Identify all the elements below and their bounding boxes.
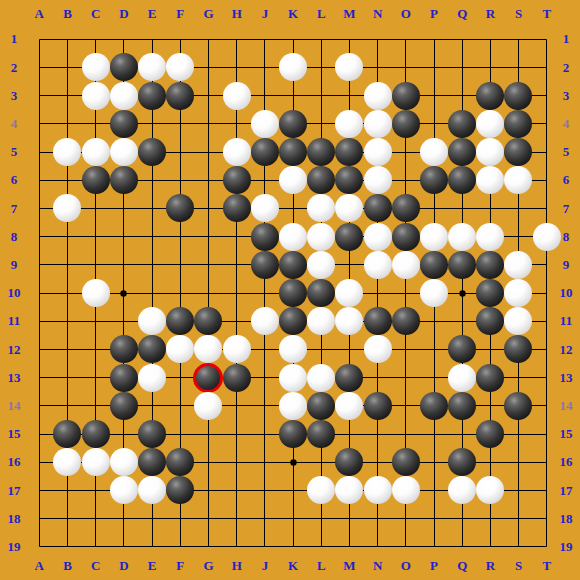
white-stone-R4[interactable]: [476, 110, 504, 138]
white-stone-R6[interactable]: [476, 166, 504, 194]
intersection-A17[interactable]: [25, 476, 53, 504]
intersection-R11[interactable]: [476, 307, 504, 335]
intersection-O4[interactable]: [392, 110, 420, 138]
intersection-B15[interactable]: [53, 420, 81, 448]
black-stone-L15[interactable]: [307, 420, 335, 448]
intersection-M7[interactable]: [335, 194, 363, 222]
intersection-N15[interactable]: [363, 420, 391, 448]
intersection-F16[interactable]: [166, 448, 194, 476]
intersection-C5[interactable]: [82, 138, 110, 166]
intersection-J17[interactable]: [251, 476, 279, 504]
intersection-M2[interactable]: [335, 53, 363, 81]
intersection-J10[interactable]: [251, 279, 279, 307]
intersection-P14[interactable]: [420, 392, 448, 420]
intersection-G15[interactable]: [194, 420, 222, 448]
intersection-F4[interactable]: [166, 110, 194, 138]
intersection-C13[interactable]: [82, 363, 110, 391]
intersection-P18[interactable]: [420, 504, 448, 532]
white-stone-M14[interactable]: [335, 392, 363, 420]
black-stone-R15[interactable]: [476, 420, 504, 448]
intersection-R4[interactable]: [476, 110, 504, 138]
intersection-P15[interactable]: [420, 420, 448, 448]
intersection-Q8[interactable]: [448, 223, 476, 251]
black-stone-F11[interactable]: [166, 307, 194, 335]
intersection-O13[interactable]: [392, 363, 420, 391]
intersection-T10[interactable]: [533, 279, 561, 307]
intersection-P3[interactable]: [420, 82, 448, 110]
white-stone-Q13[interactable]: [448, 364, 476, 392]
white-stone-H3[interactable]: [223, 82, 251, 110]
intersection-A4[interactable]: [25, 110, 53, 138]
intersection-O17[interactable]: [392, 476, 420, 504]
intersection-K10[interactable]: [279, 279, 307, 307]
intersection-L12[interactable]: [307, 335, 335, 363]
white-stone-F2[interactable]: [166, 53, 194, 81]
intersection-O8[interactable]: [392, 223, 420, 251]
intersection-R6[interactable]: [476, 166, 504, 194]
intersection-C8[interactable]: [82, 223, 110, 251]
intersection-T6[interactable]: [533, 166, 561, 194]
intersection-E5[interactable]: [138, 138, 166, 166]
intersection-G5[interactable]: [194, 138, 222, 166]
intersection-M13[interactable]: [335, 363, 363, 391]
intersection-G13[interactable]: [194, 363, 222, 391]
intersection-P2[interactable]: [420, 53, 448, 81]
black-stone-R9[interactable]: [476, 251, 504, 279]
intersection-S19[interactable]: [504, 533, 532, 561]
intersection-K12[interactable]: [279, 335, 307, 363]
white-stone-L13[interactable]: [307, 364, 335, 392]
intersection-T4[interactable]: [533, 110, 561, 138]
intersection-S14[interactable]: [504, 392, 532, 420]
intersection-F14[interactable]: [166, 392, 194, 420]
intersection-J9[interactable]: [251, 251, 279, 279]
black-stone-O3[interactable]: [392, 82, 420, 110]
intersection-F6[interactable]: [166, 166, 194, 194]
intersection-C12[interactable]: [82, 335, 110, 363]
intersection-G17[interactable]: [194, 476, 222, 504]
intersection-M1[interactable]: [335, 25, 363, 53]
intersection-G19[interactable]: [194, 533, 222, 561]
black-stone-P14[interactable]: [420, 392, 448, 420]
intersection-J11[interactable]: [251, 307, 279, 335]
intersection-D16[interactable]: [110, 448, 138, 476]
white-stone-M11[interactable]: [335, 307, 363, 335]
intersection-S9[interactable]: [504, 251, 532, 279]
intersection-A16[interactable]: [25, 448, 53, 476]
intersection-E8[interactable]: [138, 223, 166, 251]
intersection-O18[interactable]: [392, 504, 420, 532]
intersection-L7[interactable]: [307, 194, 335, 222]
intersection-A7[interactable]: [25, 194, 53, 222]
white-stone-S11[interactable]: [504, 307, 532, 335]
intersection-D1[interactable]: [110, 25, 138, 53]
black-stone-M8[interactable]: [335, 223, 363, 251]
white-stone-E17[interactable]: [138, 476, 166, 504]
intersection-M14[interactable]: [335, 392, 363, 420]
intersection-Q10[interactable]: [448, 279, 476, 307]
white-stone-K12[interactable]: [279, 335, 307, 363]
white-stone-J4[interactable]: [251, 110, 279, 138]
intersection-L11[interactable]: [307, 307, 335, 335]
intersection-Q13[interactable]: [448, 363, 476, 391]
black-stone-E5[interactable]: [138, 138, 166, 166]
intersection-E2[interactable]: [138, 53, 166, 81]
white-stone-R8[interactable]: [476, 223, 504, 251]
intersection-N6[interactable]: [363, 166, 391, 194]
intersection-E10[interactable]: [138, 279, 166, 307]
black-stone-K15[interactable]: [279, 420, 307, 448]
intersection-M5[interactable]: [335, 138, 363, 166]
intersection-C9[interactable]: [82, 251, 110, 279]
intersection-F5[interactable]: [166, 138, 194, 166]
intersection-A18[interactable]: [25, 504, 53, 532]
white-stone-N8[interactable]: [364, 223, 392, 251]
intersection-S11[interactable]: [504, 307, 532, 335]
white-stone-G12[interactable]: [194, 335, 222, 363]
white-stone-K8[interactable]: [279, 223, 307, 251]
intersection-L16[interactable]: [307, 448, 335, 476]
intersection-M18[interactable]: [335, 504, 363, 532]
black-stone-D6[interactable]: [110, 166, 138, 194]
intersection-R19[interactable]: [476, 533, 504, 561]
white-stone-C16[interactable]: [82, 448, 110, 476]
intersection-O15[interactable]: [392, 420, 420, 448]
white-stone-M7[interactable]: [335, 194, 363, 222]
intersection-D13[interactable]: [110, 363, 138, 391]
black-stone-R11[interactable]: [476, 307, 504, 335]
intersection-C6[interactable]: [82, 166, 110, 194]
intersection-S18[interactable]: [504, 504, 532, 532]
black-stone-R13[interactable]: [476, 364, 504, 392]
intersection-O1[interactable]: [392, 25, 420, 53]
black-stone-S14[interactable]: [504, 392, 532, 420]
intersection-R17[interactable]: [476, 476, 504, 504]
intersection-D2[interactable]: [110, 53, 138, 81]
intersection-T18[interactable]: [533, 504, 561, 532]
intersection-D4[interactable]: [110, 110, 138, 138]
intersection-G1[interactable]: [194, 25, 222, 53]
white-stone-S10[interactable]: [504, 279, 532, 307]
intersection-L15[interactable]: [307, 420, 335, 448]
black-stone-C15[interactable]: [82, 420, 110, 448]
intersection-M6[interactable]: [335, 166, 363, 194]
intersection-M19[interactable]: [335, 533, 363, 561]
intersection-G9[interactable]: [194, 251, 222, 279]
white-stone-O17[interactable]: [392, 476, 420, 504]
intersection-E7[interactable]: [138, 194, 166, 222]
black-stone-P9[interactable]: [420, 251, 448, 279]
intersection-L9[interactable]: [307, 251, 335, 279]
intersection-P11[interactable]: [420, 307, 448, 335]
intersection-H5[interactable]: [223, 138, 251, 166]
intersection-F18[interactable]: [166, 504, 194, 532]
intersection-O19[interactable]: [392, 533, 420, 561]
intersection-T2[interactable]: [533, 53, 561, 81]
black-stone-R3[interactable]: [476, 82, 504, 110]
intersection-S8[interactable]: [504, 223, 532, 251]
intersection-A5[interactable]: [25, 138, 53, 166]
intersection-B19[interactable]: [53, 533, 81, 561]
intersection-C1[interactable]: [82, 25, 110, 53]
intersection-N3[interactable]: [363, 82, 391, 110]
white-stone-F12[interactable]: [166, 335, 194, 363]
intersection-M10[interactable]: [335, 279, 363, 307]
intersection-L4[interactable]: [307, 110, 335, 138]
intersection-O2[interactable]: [392, 53, 420, 81]
intersection-F3[interactable]: [166, 82, 194, 110]
intersection-B2[interactable]: [53, 53, 81, 81]
black-stone-E16[interactable]: [138, 448, 166, 476]
black-stone-H6[interactable]: [223, 166, 251, 194]
intersection-R8[interactable]: [476, 223, 504, 251]
intersection-D7[interactable]: [110, 194, 138, 222]
intersection-M16[interactable]: [335, 448, 363, 476]
intersection-E9[interactable]: [138, 251, 166, 279]
intersection-T13[interactable]: [533, 363, 561, 391]
intersection-M4[interactable]: [335, 110, 363, 138]
black-stone-N7[interactable]: [364, 194, 392, 222]
intersection-L14[interactable]: [307, 392, 335, 420]
intersection-D14[interactable]: [110, 392, 138, 420]
intersection-M12[interactable]: [335, 335, 363, 363]
intersection-D19[interactable]: [110, 533, 138, 561]
intersection-N11[interactable]: [363, 307, 391, 335]
intersection-J15[interactable]: [251, 420, 279, 448]
intersection-D6[interactable]: [110, 166, 138, 194]
intersection-B10[interactable]: [53, 279, 81, 307]
intersection-F17[interactable]: [166, 476, 194, 504]
intersection-A12[interactable]: [25, 335, 53, 363]
white-stone-D16[interactable]: [110, 448, 138, 476]
intersection-L5[interactable]: [307, 138, 335, 166]
intersection-C16[interactable]: [82, 448, 110, 476]
intersection-B14[interactable]: [53, 392, 81, 420]
black-stone-D4[interactable]: [110, 110, 138, 138]
intersection-S17[interactable]: [504, 476, 532, 504]
white-stone-C5[interactable]: [82, 138, 110, 166]
black-stone-B15[interactable]: [53, 420, 81, 448]
intersection-G10[interactable]: [194, 279, 222, 307]
intersection-Q6[interactable]: [448, 166, 476, 194]
intersection-Q18[interactable]: [448, 504, 476, 532]
intersection-G3[interactable]: [194, 82, 222, 110]
intersection-H4[interactable]: [223, 110, 251, 138]
intersection-T17[interactable]: [533, 476, 561, 504]
intersection-P12[interactable]: [420, 335, 448, 363]
intersection-N13[interactable]: [363, 363, 391, 391]
intersection-H16[interactable]: [223, 448, 251, 476]
intersection-L19[interactable]: [307, 533, 335, 561]
intersection-G11[interactable]: [194, 307, 222, 335]
intersection-S3[interactable]: [504, 82, 532, 110]
intersection-F8[interactable]: [166, 223, 194, 251]
white-stone-K2[interactable]: [279, 53, 307, 81]
intersection-M8[interactable]: [335, 223, 363, 251]
intersection-C17[interactable]: [82, 476, 110, 504]
black-stone-F3[interactable]: [166, 82, 194, 110]
white-stone-E11[interactable]: [138, 307, 166, 335]
intersection-B1[interactable]: [53, 25, 81, 53]
intersection-R16[interactable]: [476, 448, 504, 476]
white-stone-N6[interactable]: [364, 166, 392, 194]
black-stone-L14[interactable]: [307, 392, 335, 420]
intersection-L17[interactable]: [307, 476, 335, 504]
white-stone-N9[interactable]: [364, 251, 392, 279]
intersection-C2[interactable]: [82, 53, 110, 81]
intersection-L18[interactable]: [307, 504, 335, 532]
intersection-J18[interactable]: [251, 504, 279, 532]
intersection-Q9[interactable]: [448, 251, 476, 279]
black-stone-L10[interactable]: [307, 279, 335, 307]
intersection-S1[interactable]: [504, 25, 532, 53]
intersection-H18[interactable]: [223, 504, 251, 532]
intersection-Q15[interactable]: [448, 420, 476, 448]
intersection-B8[interactable]: [53, 223, 81, 251]
intersection-J4[interactable]: [251, 110, 279, 138]
intersection-O7[interactable]: [392, 194, 420, 222]
intersection-C3[interactable]: [82, 82, 110, 110]
white-stone-D5[interactable]: [110, 138, 138, 166]
black-stone-O11[interactable]: [392, 307, 420, 335]
intersection-J1[interactable]: [251, 25, 279, 53]
intersection-K1[interactable]: [279, 25, 307, 53]
intersection-K9[interactable]: [279, 251, 307, 279]
intersection-F7[interactable]: [166, 194, 194, 222]
intersection-N10[interactable]: [363, 279, 391, 307]
intersection-B11[interactable]: [53, 307, 81, 335]
intersection-A6[interactable]: [25, 166, 53, 194]
white-stone-S9[interactable]: [504, 251, 532, 279]
black-stone-Q14[interactable]: [448, 392, 476, 420]
intersection-T5[interactable]: [533, 138, 561, 166]
intersection-H14[interactable]: [223, 392, 251, 420]
intersection-Q7[interactable]: [448, 194, 476, 222]
intersection-J12[interactable]: [251, 335, 279, 363]
intersection-C14[interactable]: [82, 392, 110, 420]
white-stone-D17[interactable]: [110, 476, 138, 504]
intersection-M17[interactable]: [335, 476, 363, 504]
intersection-B13[interactable]: [53, 363, 81, 391]
black-stone-O8[interactable]: [392, 223, 420, 251]
intersection-Q2[interactable]: [448, 53, 476, 81]
black-stone-M16[interactable]: [335, 448, 363, 476]
intersection-A2[interactable]: [25, 53, 53, 81]
black-stone-P6[interactable]: [420, 166, 448, 194]
white-stone-B5[interactable]: [53, 138, 81, 166]
intersection-G7[interactable]: [194, 194, 222, 222]
intersection-G6[interactable]: [194, 166, 222, 194]
intersection-K8[interactable]: [279, 223, 307, 251]
white-stone-O9[interactable]: [392, 251, 420, 279]
intersection-K11[interactable]: [279, 307, 307, 335]
white-stone-N12[interactable]: [364, 335, 392, 363]
intersection-G18[interactable]: [194, 504, 222, 532]
white-stone-E13[interactable]: [138, 364, 166, 392]
intersection-S5[interactable]: [504, 138, 532, 166]
intersection-E17[interactable]: [138, 476, 166, 504]
intersection-R18[interactable]: [476, 504, 504, 532]
white-stone-B16[interactable]: [53, 448, 81, 476]
white-stone-K13[interactable]: [279, 364, 307, 392]
intersection-D3[interactable]: [110, 82, 138, 110]
intersection-F19[interactable]: [166, 533, 194, 561]
intersection-G4[interactable]: [194, 110, 222, 138]
intersection-H8[interactable]: [223, 223, 251, 251]
white-stone-M10[interactable]: [335, 279, 363, 307]
intersection-A9[interactable]: [25, 251, 53, 279]
intersection-F9[interactable]: [166, 251, 194, 279]
intersection-T9[interactable]: [533, 251, 561, 279]
intersection-T14[interactable]: [533, 392, 561, 420]
intersection-K16[interactable]: [279, 448, 307, 476]
intersection-E16[interactable]: [138, 448, 166, 476]
black-stone-L6[interactable]: [307, 166, 335, 194]
intersection-H1[interactable]: [223, 25, 251, 53]
intersection-R15[interactable]: [476, 420, 504, 448]
intersection-O3[interactable]: [392, 82, 420, 110]
intersection-P7[interactable]: [420, 194, 448, 222]
intersection-D5[interactable]: [110, 138, 138, 166]
intersection-D12[interactable]: [110, 335, 138, 363]
intersection-R1[interactable]: [476, 25, 504, 53]
intersection-T15[interactable]: [533, 420, 561, 448]
white-stone-E2[interactable]: [138, 53, 166, 81]
intersection-B9[interactable]: [53, 251, 81, 279]
intersection-H13[interactable]: [223, 363, 251, 391]
intersection-J3[interactable]: [251, 82, 279, 110]
intersection-B12[interactable]: [53, 335, 81, 363]
white-stone-L11[interactable]: [307, 307, 335, 335]
intersection-L1[interactable]: [307, 25, 335, 53]
black-stone-K9[interactable]: [279, 251, 307, 279]
black-stone-M13[interactable]: [335, 364, 363, 392]
intersection-Q3[interactable]: [448, 82, 476, 110]
white-stone-C10[interactable]: [82, 279, 110, 307]
black-stone-S5[interactable]: [504, 138, 532, 166]
black-stone-K5[interactable]: [279, 138, 307, 166]
intersection-N1[interactable]: [363, 25, 391, 53]
intersection-O12[interactable]: [392, 335, 420, 363]
intersection-E13[interactable]: [138, 363, 166, 391]
black-stone-H13[interactable]: [223, 364, 251, 392]
black-stone-F7[interactable]: [166, 194, 194, 222]
intersection-E3[interactable]: [138, 82, 166, 110]
intersection-E6[interactable]: [138, 166, 166, 194]
black-stone-E3[interactable]: [138, 82, 166, 110]
intersection-J14[interactable]: [251, 392, 279, 420]
intersection-K19[interactable]: [279, 533, 307, 561]
intersection-A11[interactable]: [25, 307, 53, 335]
white-stone-R5[interactable]: [476, 138, 504, 166]
black-stone-K11[interactable]: [279, 307, 307, 335]
black-stone-Q5[interactable]: [448, 138, 476, 166]
intersection-N9[interactable]: [363, 251, 391, 279]
intersection-K15[interactable]: [279, 420, 307, 448]
white-stone-L7[interactable]: [307, 194, 335, 222]
intersection-P6[interactable]: [420, 166, 448, 194]
black-stone-J5[interactable]: [251, 138, 279, 166]
intersection-L10[interactable]: [307, 279, 335, 307]
intersection-G8[interactable]: [194, 223, 222, 251]
intersection-L2[interactable]: [307, 53, 335, 81]
intersection-H17[interactable]: [223, 476, 251, 504]
intersection-Q12[interactable]: [448, 335, 476, 363]
intersection-O16[interactable]: [392, 448, 420, 476]
intersection-M11[interactable]: [335, 307, 363, 335]
intersection-Q11[interactable]: [448, 307, 476, 335]
intersection-O10[interactable]: [392, 279, 420, 307]
